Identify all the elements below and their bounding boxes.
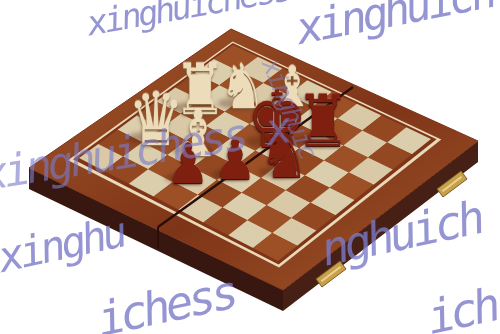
- pieces-layer: ♝♞♜♜♚♛♝♞♟♟: [0, 0, 500, 334]
- chess-piece-black-knight: ♞: [259, 122, 309, 188]
- chess-piece-black-pawn: ♟: [214, 132, 257, 188]
- product-photo: ♝♞♜♜♚♛♝♞♟♟ xinghuichessxinghuichxinghuic…: [0, 0, 500, 334]
- chess-piece-black-pawn: ♟: [167, 136, 210, 192]
